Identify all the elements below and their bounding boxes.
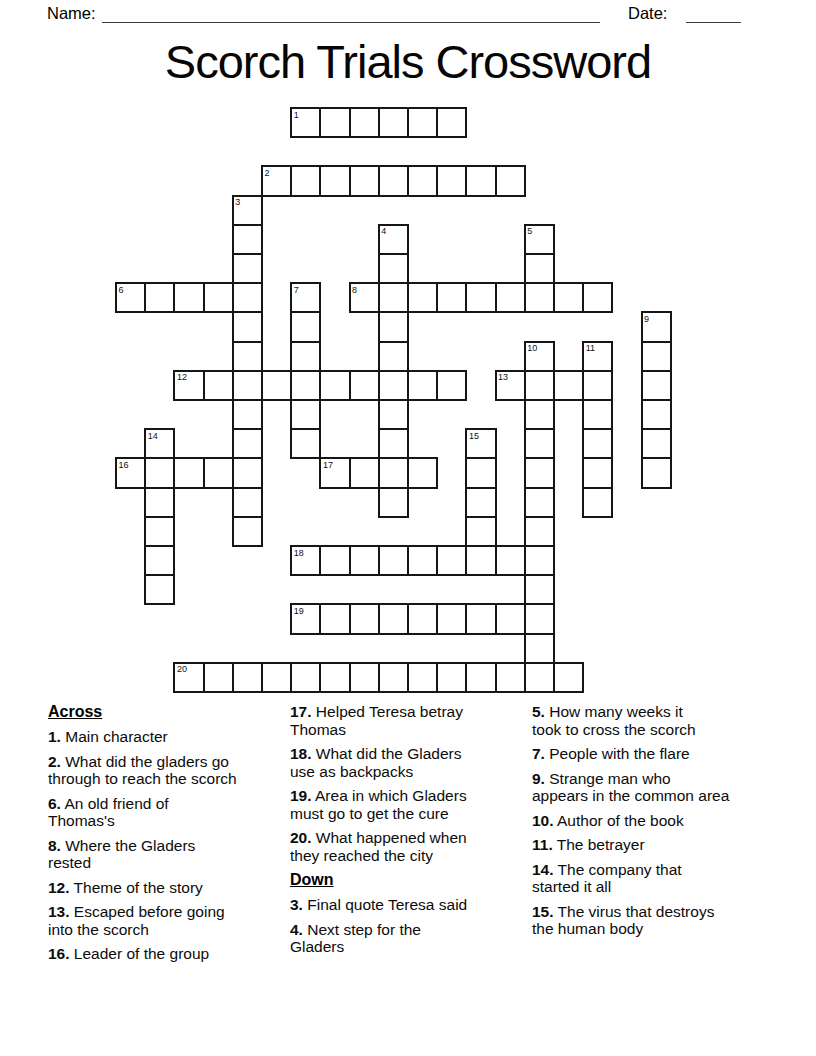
clue-number: 2. <box>48 753 61 770</box>
grid-cell-r17c12[interactable] <box>465 603 496 634</box>
grid-cell-r6c0[interactable]: 6 <box>115 282 146 313</box>
down-header: Down <box>290 871 532 889</box>
date-blank-line <box>686 22 741 23</box>
grid-cell-r0c9[interactable] <box>378 107 409 138</box>
cell-number-11: 11 <box>586 343 595 353</box>
cell-number-1: 1 <box>294 110 299 120</box>
grid-cell-r6c2[interactable] <box>173 282 204 313</box>
grid-cell-r19c7[interactable] <box>319 662 350 693</box>
cell-number-19: 19 <box>294 606 304 616</box>
cell-number-13: 13 <box>498 372 508 382</box>
grid-cell-r12c8[interactable] <box>349 457 380 488</box>
grid-cell-r10c6[interactable] <box>290 399 321 430</box>
grid-cell-r19c9[interactable] <box>378 662 409 693</box>
grid-cell-r12c0[interactable]: 16 <box>115 457 146 488</box>
grid-cell-r4c4[interactable] <box>232 224 263 255</box>
clue-text: The virus that destroys the human body <box>532 903 714 938</box>
grid-cell-r14c1[interactable] <box>144 516 175 547</box>
clue-item-10: 10. Author of the book <box>532 812 788 830</box>
clue-number: 12. <box>48 879 70 896</box>
clue-item-6: 6. An old friend of Thomas's <box>48 795 294 830</box>
clue-number: 19. <box>290 787 312 804</box>
grid-cell-r12c9[interactable] <box>378 457 409 488</box>
grid-cell-r6c1[interactable] <box>144 282 175 313</box>
clue-item-2: 2. What did the gladers go through to re… <box>48 753 294 788</box>
clue-text: Final quote Teresa said <box>303 896 467 913</box>
grid-cell-r9c14[interactable] <box>524 370 555 401</box>
grid-cell-r6c14[interactable] <box>524 282 555 313</box>
grid-cell-r2c6[interactable] <box>290 165 321 196</box>
grid-cell-r19c14[interactable] <box>524 662 555 693</box>
clue-text: Escaped before going into the scorch <box>48 903 225 938</box>
clue-text: Strange man who appears in the common ar… <box>532 770 729 805</box>
clue-text: What happened when they reached the city <box>290 829 467 864</box>
clue-number: 4. <box>290 921 303 938</box>
clue-text: Area in which Gladers must go to get the… <box>290 787 467 822</box>
grid-cell-r8c14[interactable]: 10 <box>524 341 555 372</box>
clue-item-5: 5. How many weeks it took to cross the s… <box>532 703 788 738</box>
grid-cell-r12c3[interactable] <box>203 457 234 488</box>
grid-cell-r10c9[interactable] <box>378 399 409 430</box>
grid-cell-r17c7[interactable] <box>319 603 350 634</box>
grid-cell-r4c9[interactable]: 4 <box>378 224 409 255</box>
grid-cell-r13c9[interactable] <box>378 487 409 518</box>
clue-number: 5. <box>532 703 545 720</box>
grid-cell-r11c1[interactable]: 14 <box>144 428 175 459</box>
grid-cell-r9c5[interactable] <box>261 370 292 401</box>
grid-cell-r15c11[interactable] <box>436 545 467 576</box>
clue-number: 16. <box>48 945 70 962</box>
grid-cell-r9c7[interactable] <box>319 370 350 401</box>
grid-cell-r6c13[interactable] <box>495 282 526 313</box>
clue-item-8: 8. Where the Gladers rested <box>48 837 294 872</box>
grid-cell-r11c6[interactable] <box>290 428 321 459</box>
clue-item-9: 9. Strange man who appears in the common… <box>532 770 788 805</box>
grid-cell-r12c18[interactable] <box>641 457 672 488</box>
cell-number-10: 10 <box>527 343 537 353</box>
grid-cell-r8c4[interactable] <box>232 341 263 372</box>
grid-cell-r5c9[interactable] <box>378 253 409 284</box>
grid-cell-r19c4[interactable] <box>232 662 263 693</box>
grid-cell-r12c12[interactable] <box>465 457 496 488</box>
grid-cell-r19c10[interactable] <box>407 662 438 693</box>
grid-cell-r19c15[interactable] <box>553 662 584 693</box>
grid-cell-r8c9[interactable] <box>378 341 409 372</box>
cell-number-3: 3 <box>235 197 240 207</box>
grid-cell-r12c7[interactable]: 17 <box>319 457 350 488</box>
cell-number-9: 9 <box>644 314 649 324</box>
clue-item-7: 7. People with the flare <box>532 745 788 763</box>
grid-cell-r10c4[interactable] <box>232 399 263 430</box>
clue-number: 18. <box>290 745 312 762</box>
grid-cell-r9c4[interactable] <box>232 370 263 401</box>
clue-number: 20. <box>290 829 312 846</box>
clue-item-16: 16. Leader of the group <box>48 945 294 963</box>
grid-cell-r8c6[interactable] <box>290 341 321 372</box>
grid-cell-r19c6[interactable] <box>290 662 321 693</box>
grid-cell-r15c7[interactable] <box>319 545 350 576</box>
grid-cell-r6c10[interactable] <box>407 282 438 313</box>
grid-cell-r7c9[interactable] <box>378 311 409 342</box>
grid-cell-r11c14[interactable] <box>524 428 555 459</box>
grid-cell-r11c16[interactable] <box>582 428 613 459</box>
grid-cell-r17c10[interactable] <box>407 603 438 634</box>
clue-item-1: 1. Main character <box>48 728 294 746</box>
grid-cell-r6c16[interactable] <box>582 282 613 313</box>
grid-cell-r13c1[interactable] <box>144 487 175 518</box>
name-label: Name: <box>47 4 96 23</box>
grid-cell-r9c6[interactable] <box>290 370 321 401</box>
clue-text: Where the Gladers rested <box>48 837 195 872</box>
clue-text: How many weeks it took to cross the scor… <box>532 703 696 738</box>
grid-cell-r17c9[interactable] <box>378 603 409 634</box>
grid-cell-r19c8[interactable] <box>349 662 380 693</box>
grid-cell-r9c9[interactable] <box>378 370 409 401</box>
grid-cell-r16c14[interactable] <box>524 574 555 605</box>
grid-cell-r19c11[interactable] <box>436 662 467 693</box>
clue-item-20: 20. What happened when they reached the … <box>290 829 532 864</box>
clue-number: 11. <box>532 836 553 853</box>
cell-number-16: 16 <box>119 460 129 470</box>
grid-cell-r10c14[interactable] <box>524 399 555 430</box>
clue-column-2: 17. Helped Teresa betray Thomas18. What … <box>290 703 532 963</box>
grid-cell-r2c5[interactable]: 2 <box>261 165 292 196</box>
grid-cell-r13c16[interactable] <box>582 487 613 518</box>
cell-number-4: 4 <box>381 226 386 236</box>
grid-cell-r15c14[interactable] <box>524 545 555 576</box>
cell-number-15: 15 <box>469 431 479 441</box>
grid-cell-r2c13[interactable] <box>495 165 526 196</box>
clue-item-3: 3. Final quote Teresa said <box>290 896 532 914</box>
grid-cell-r11c4[interactable] <box>232 428 263 459</box>
grid-cell-r14c12[interactable] <box>465 516 496 547</box>
grid-cell-r15c13[interactable] <box>495 545 526 576</box>
across-header: Across <box>48 703 294 721</box>
clue-number: 3. <box>290 896 303 913</box>
clue-text: The betrayer <box>553 836 645 853</box>
grid-cell-r9c10[interactable] <box>407 370 438 401</box>
clue-number: 17. <box>290 703 312 720</box>
cell-number-12: 12 <box>177 372 187 382</box>
grid-cell-r14c14[interactable] <box>524 516 555 547</box>
grid-cell-r2c10[interactable] <box>407 165 438 196</box>
cell-number-6: 6 <box>119 285 124 295</box>
grid-cell-r7c18[interactable]: 9 <box>641 311 672 342</box>
grid-cell-r11c18[interactable] <box>641 428 672 459</box>
grid-cell-r0c6[interactable]: 1 <box>290 107 321 138</box>
clue-text: Author of the book <box>554 812 684 829</box>
clue-column-3: 5. How many weeks it took to cross the s… <box>532 703 788 945</box>
grid-cell-r9c2[interactable]: 12 <box>173 370 204 401</box>
cell-number-2: 2 <box>265 168 270 178</box>
grid-cell-r6c9[interactable] <box>378 282 409 313</box>
grid-cell-r12c2[interactable] <box>173 457 204 488</box>
date-label: Date: <box>628 4 667 23</box>
clue-item-12: 12. Theme of the story <box>48 879 294 897</box>
clue-number: 14. <box>532 861 554 878</box>
grid-cell-r10c18[interactable] <box>641 399 672 430</box>
grid-cell-r3c4[interactable]: 3 <box>232 195 263 226</box>
grid-cell-r6c3[interactable] <box>203 282 234 313</box>
clue-text: The company that started it all <box>532 861 682 896</box>
clue-number: 1. <box>48 728 61 745</box>
grid-cell-r19c12[interactable] <box>465 662 496 693</box>
cell-number-7: 7 <box>294 285 299 295</box>
clue-item-13: 13. Escaped before going into the scorch <box>48 903 294 938</box>
grid-cell-r6c15[interactable] <box>553 282 584 313</box>
grid-cell-r0c7[interactable] <box>319 107 350 138</box>
grid-cell-r10c16[interactable] <box>582 399 613 430</box>
clue-text: What did the Gladers use as backpacks <box>290 745 461 780</box>
grid-cell-r2c9[interactable] <box>378 165 409 196</box>
grid-cell-r0c11[interactable] <box>436 107 467 138</box>
worksheet-page: Name: Date: Scorch Trials Crossword 1234… <box>0 0 816 1056</box>
grid-cell-r11c9[interactable] <box>378 428 409 459</box>
cell-number-8: 8 <box>352 285 357 295</box>
clue-item-14: 14. The company that started it all <box>532 861 788 896</box>
grid-cell-r2c12[interactable] <box>465 165 496 196</box>
grid-cell-r0c8[interactable] <box>349 107 380 138</box>
clue-number: 10. <box>532 812 554 829</box>
clue-number: 13. <box>48 903 70 920</box>
grid-cell-r14c4[interactable] <box>232 516 263 547</box>
clue-column-1: Across1. Main character2. What did the g… <box>48 703 294 970</box>
cell-number-17: 17 <box>323 460 333 470</box>
clue-text: People with the flare <box>545 745 690 762</box>
grid-cell-r6c11[interactable] <box>436 282 467 313</box>
cell-number-5: 5 <box>527 226 532 236</box>
grid-cell-r13c12[interactable] <box>465 487 496 518</box>
grid-cell-r6c8[interactable]: 8 <box>349 282 380 313</box>
clue-item-4: 4. Next step for the Gladers <box>290 921 532 956</box>
grid-cell-r17c6[interactable]: 19 <box>290 603 321 634</box>
clue-number: 6. <box>48 795 61 812</box>
grid-cell-r6c4[interactable] <box>232 282 263 313</box>
clue-number: 8. <box>48 837 61 854</box>
clue-text: Next step for the Gladers <box>290 921 421 956</box>
grid-cell-r12c4[interactable] <box>232 457 263 488</box>
clue-text: What did the gladers go through to reach… <box>48 753 237 788</box>
clue-text: Theme of the story <box>70 879 203 896</box>
grid-cell-r18c14[interactable] <box>524 633 555 664</box>
clue-number: 7. <box>532 745 545 762</box>
grid-cell-r19c2[interactable]: 20 <box>173 662 204 693</box>
grid-cell-r9c11[interactable] <box>436 370 467 401</box>
cell-number-20: 20 <box>177 664 187 674</box>
clue-text: Main character <box>61 728 168 745</box>
grid-cell-r12c14[interactable] <box>524 457 555 488</box>
grid-cell-r2c11[interactable] <box>436 165 467 196</box>
grid-cell-r15c8[interactable] <box>349 545 380 576</box>
clue-item-17: 17. Helped Teresa betray Thomas <box>290 703 532 738</box>
grid-cell-r15c1[interactable] <box>144 545 175 576</box>
grid-cell-r9c3[interactable] <box>203 370 234 401</box>
grid-cell-r5c14[interactable] <box>524 253 555 284</box>
clue-text: Helped Teresa betray Thomas <box>290 703 463 738</box>
clue-number: 15. <box>532 903 554 920</box>
grid-cell-r15c6[interactable]: 18 <box>290 545 321 576</box>
grid-cell-r9c16[interactable] <box>582 370 613 401</box>
clue-text: Leader of the group <box>70 945 210 962</box>
grid-cell-r9c15[interactable] <box>553 370 584 401</box>
grid-cell-r17c11[interactable] <box>436 603 467 634</box>
grid-cell-r16c1[interactable] <box>144 574 175 605</box>
grid-cell-r13c4[interactable] <box>232 487 263 518</box>
grid-cell-r6c6[interactable]: 7 <box>290 282 321 313</box>
grid-cell-r0c10[interactable] <box>407 107 438 138</box>
grid-cell-r15c9[interactable] <box>378 545 409 576</box>
cell-number-18: 18 <box>294 548 304 558</box>
clue-item-11: 11. The betrayer <box>532 836 788 854</box>
grid-cell-r19c5[interactable] <box>261 662 292 693</box>
grid-cell-r13c14[interactable] <box>524 487 555 518</box>
grid-cell-r7c4[interactable] <box>232 311 263 342</box>
clue-number: 9. <box>532 770 545 787</box>
grid-cell-r9c8[interactable] <box>349 370 380 401</box>
grid-cell-r12c1[interactable] <box>144 457 175 488</box>
clue-item-18: 18. What did the Gladers use as backpack… <box>290 745 532 780</box>
grid-cell-r11c12[interactable]: 15 <box>465 428 496 459</box>
cell-number-14: 14 <box>148 431 158 441</box>
grid-cell-r4c14[interactable]: 5 <box>524 224 555 255</box>
grid-cell-r19c3[interactable] <box>203 662 234 693</box>
page-title: Scorch Trials Crossword <box>0 34 816 89</box>
grid-cell-r2c7[interactable] <box>319 165 350 196</box>
grid-cell-r8c16[interactable]: 11 <box>582 341 613 372</box>
grid-cell-r7c6[interactable] <box>290 311 321 342</box>
grid-cell-r17c8[interactable] <box>349 603 380 634</box>
grid-cell-r6c12[interactable] <box>465 282 496 313</box>
grid-cell-r8c18[interactable] <box>641 341 672 372</box>
grid-cell-r17c14[interactable] <box>524 603 555 634</box>
grid-cell-r17c13[interactable] <box>495 603 526 634</box>
clue-item-19: 19. Area in which Gladers must go to get… <box>290 787 532 822</box>
grid-cell-r15c12[interactable] <box>465 545 496 576</box>
name-blank-line <box>102 22 600 23</box>
grid-cell-r19c13[interactable] <box>495 662 526 693</box>
grid-cell-r12c10[interactable] <box>407 457 438 488</box>
grid-cell-r2c8[interactable] <box>349 165 380 196</box>
grid-cell-r9c18[interactable] <box>641 370 672 401</box>
grid-cell-r15c10[interactable] <box>407 545 438 576</box>
clue-item-15: 15. The virus that destroys the human bo… <box>532 903 788 938</box>
clue-text: An old friend of Thomas's <box>48 795 169 830</box>
grid-cell-r5c4[interactable] <box>232 253 263 284</box>
grid-cell-r12c16[interactable] <box>582 457 613 488</box>
grid-cell-r9c13[interactable]: 13 <box>495 370 526 401</box>
